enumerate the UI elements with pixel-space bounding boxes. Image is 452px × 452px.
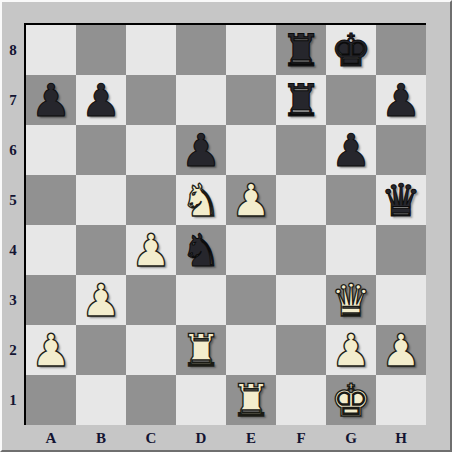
square-a6[interactable] [26,125,76,175]
square-d7[interactable] [176,75,226,125]
rank-label-2: 2 [2,325,24,375]
rank-label-5: 5 [2,175,24,225]
piece-black-pawn-g6[interactable]: ♟ [326,125,376,175]
piece-black-knight-d4[interactable]: ♞ [176,225,226,275]
square-h4[interactable] [376,225,426,275]
square-a7[interactable]: ♟ [26,75,76,125]
piece-white-rook-d2[interactable]: ♜ [176,325,226,375]
square-a4[interactable] [26,225,76,275]
rank-label-7: 7 [2,75,24,125]
square-d2[interactable]: ♜ [176,325,226,375]
file-labels: ABCDEFGH [26,426,426,450]
file-label-e: E [226,426,276,450]
square-g1[interactable]: ♚ [326,375,376,425]
square-c6[interactable] [126,125,176,175]
square-e7[interactable] [226,75,276,125]
square-e4[interactable] [226,225,276,275]
square-h1[interactable] [376,375,426,425]
piece-black-pawn-b7[interactable]: ♟ [76,75,126,125]
chess-board: ♜♚♟♟♜♟♟♟♞♟♛♟♞♟♛♟♜♟♟♜♚ [24,23,426,425]
square-c1[interactable] [126,375,176,425]
square-g3[interactable]: ♛ [326,275,376,325]
piece-white-pawn-h2[interactable]: ♟ [376,325,426,375]
square-e8[interactable] [226,25,276,75]
rank-label-1: 1 [2,375,24,425]
square-d8[interactable] [176,25,226,75]
square-g2[interactable]: ♟ [326,325,376,375]
piece-white-king-g1[interactable]: ♚ [326,375,376,425]
file-label-c: C [126,426,176,450]
piece-white-pawn-a2[interactable]: ♟ [26,325,76,375]
square-h7[interactable]: ♟ [376,75,426,125]
square-g6[interactable]: ♟ [326,125,376,175]
square-b2[interactable] [76,325,126,375]
square-b1[interactable] [76,375,126,425]
piece-black-rook-f7[interactable]: ♜ [276,75,326,125]
square-e6[interactable] [226,125,276,175]
square-c8[interactable] [126,25,176,75]
file-label-g: G [326,426,376,450]
square-b7[interactable]: ♟ [76,75,126,125]
square-h6[interactable] [376,125,426,175]
square-b5[interactable] [76,175,126,225]
square-a8[interactable] [26,25,76,75]
square-f6[interactable] [276,125,326,175]
piece-white-knight-d5[interactable]: ♞ [176,175,226,225]
piece-white-pawn-g2[interactable]: ♟ [326,325,376,375]
square-b8[interactable] [76,25,126,75]
piece-white-pawn-e5[interactable]: ♟ [226,175,276,225]
rank-label-6: 6 [2,125,24,175]
square-h2[interactable]: ♟ [376,325,426,375]
rank-label-4: 4 [2,225,24,275]
square-c2[interactable] [126,325,176,375]
piece-black-rook-f8[interactable]: ♜ [276,25,326,75]
square-f8[interactable]: ♜ [276,25,326,75]
file-label-f: F [276,426,326,450]
square-f7[interactable]: ♜ [276,75,326,125]
square-h8[interactable] [376,25,426,75]
square-e3[interactable] [226,275,276,325]
square-b4[interactable] [76,225,126,275]
square-a3[interactable] [26,275,76,325]
square-g4[interactable] [326,225,376,275]
square-f5[interactable] [276,175,326,225]
piece-black-pawn-a7[interactable]: ♟ [26,75,76,125]
square-d5[interactable]: ♞ [176,175,226,225]
rank-label-8: 8 [2,25,24,75]
square-d3[interactable] [176,275,226,325]
piece-white-pawn-c4[interactable]: ♟ [126,225,176,275]
piece-black-king-g8[interactable]: ♚ [326,25,376,75]
square-c4[interactable]: ♟ [126,225,176,275]
square-e5[interactable]: ♟ [226,175,276,225]
rank-label-3: 3 [2,275,24,325]
square-h5[interactable]: ♛ [376,175,426,225]
piece-white-queen-g3[interactable]: ♛ [326,275,376,325]
square-c7[interactable] [126,75,176,125]
square-c3[interactable] [126,275,176,325]
square-b6[interactable] [76,125,126,175]
file-label-h: H [376,426,426,450]
piece-white-rook-e1[interactable]: ♜ [226,375,276,425]
file-label-b: B [76,426,126,450]
square-b3[interactable]: ♟ [76,275,126,325]
square-d1[interactable] [176,375,226,425]
square-f4[interactable] [276,225,326,275]
square-a5[interactable] [26,175,76,225]
square-g7[interactable] [326,75,376,125]
rank-labels: 87654321 [2,25,24,425]
piece-black-queen-h5[interactable]: ♛ [376,175,426,225]
square-g8[interactable]: ♚ [326,25,376,75]
piece-black-pawn-h7[interactable]: ♟ [376,75,426,125]
file-label-a: A [26,426,76,450]
piece-black-pawn-d6[interactable]: ♟ [176,125,226,175]
board-frame: 87654321 ABCDEFGH ♜♚♟♟♜♟♟♟♞♟♛♟♞♟♛♟♜♟♟♜♚ [0,0,452,452]
piece-white-pawn-b3[interactable]: ♟ [76,275,126,325]
square-d4[interactable]: ♞ [176,225,226,275]
square-e1[interactable]: ♜ [226,375,276,425]
square-f3[interactable] [276,275,326,325]
square-g5[interactable] [326,175,376,225]
square-f2[interactable] [276,325,326,375]
square-c5[interactable] [126,175,176,225]
square-e2[interactable] [226,325,276,375]
square-h3[interactable] [376,275,426,325]
square-a2[interactable]: ♟ [26,325,76,375]
square-a1[interactable] [26,375,76,425]
square-f1[interactable] [276,375,326,425]
square-d6[interactable]: ♟ [176,125,226,175]
file-label-d: D [176,426,226,450]
